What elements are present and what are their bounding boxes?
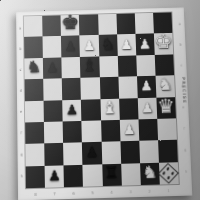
piece-black-knight[interactable]: ♞ [100,36,115,52]
square[interactable] [81,77,100,99]
square[interactable]: ♞ [140,162,160,185]
square[interactable] [63,143,82,165]
square[interactable] [26,166,45,189]
square[interactable] [98,14,117,35]
square[interactable]: ♚ [154,33,173,54]
square[interactable] [136,55,155,77]
piece-black-pawn[interactable]: ♟ [48,168,61,182]
piece-white-bishop[interactable]: ♝ [101,99,117,117]
board-grid: ♚♟♟♞♟♟♚♞♟♝♟♞♟♝♟♛♟♟♟♜♞♞♞♞♞ [24,12,179,188]
piece-black-knight[interactable]: ♞ [26,59,41,75]
chessboard-photo: abcdefgh abcdefgh 87654321 PRECISE ♚♟♟♞♟… [0,0,200,200]
square[interactable] [63,121,82,143]
piece-white-pawn[interactable]: ♟ [139,36,152,49]
square[interactable]: ♟ [138,97,158,119]
square[interactable]: ♟ [117,34,136,55]
square[interactable] [138,119,158,141]
square[interactable]: ♜ [102,163,122,186]
piece-black-pawn[interactable]: ♟ [66,102,79,116]
square[interactable]: ♟ [82,142,102,164]
coordinate-label: g [20,151,23,156]
square[interactable] [119,98,139,120]
piece-white-pawn[interactable]: ♟ [83,38,96,51]
square[interactable] [101,120,121,142]
piece-black-pawn[interactable]: ♟ [46,60,58,74]
piece-black-pawn[interactable]: ♟ [86,145,99,159]
piece-black-bishop[interactable]: ♝ [82,57,98,74]
square[interactable] [155,54,174,76]
square[interactable] [64,164,84,187]
square[interactable] [79,14,98,35]
piece-black-king[interactable]: ♚ [61,14,80,34]
coordinate-label: b [179,42,182,47]
square[interactable] [62,57,81,79]
square[interactable] [25,100,44,122]
square[interactable] [99,77,118,99]
square[interactable]: ♟ [62,99,81,121]
coordinate-label: d [20,87,23,92]
square[interactable]: ♟ [80,35,99,56]
piece-white-pawn[interactable]: ♟ [140,79,153,93]
square[interactable] [42,15,61,36]
square[interactable]: ♟ [45,165,64,188]
chess-board: abcdefgh abcdefgh 87654321 PRECISE ♚♟♟♞♟… [16,7,192,200]
coordinate-label: h [185,168,188,173]
square[interactable] [116,13,135,34]
coordinate-label: f [183,125,185,130]
coordinate-label: 2 [148,189,151,194]
coordinate-label: b [19,46,22,51]
coordinate-label: a [178,21,181,26]
coordinate-label: 8 [34,192,37,197]
square[interactable]: ♝ [80,56,99,78]
square[interactable] [62,78,81,100]
coordinate-label: 5 [91,190,94,195]
coordinate-label: c [180,62,182,67]
square[interactable]: ♟ [43,57,62,79]
square[interactable] [101,142,121,164]
square[interactable] [25,79,44,101]
piece-black-rook[interactable]: ♜ [104,165,119,181]
piece-white-pawn[interactable]: ♟ [123,122,136,136]
square[interactable]: ♝ [100,98,119,120]
coordinate-label: g [184,147,187,152]
square[interactable] [25,144,44,166]
square[interactable]: ♟ [135,34,154,55]
square[interactable] [117,55,136,77]
coordinate-label: 3 [129,189,132,194]
coordinate-label: f [21,130,22,135]
coordinate-label: e [182,104,185,109]
square[interactable] [44,143,63,165]
square[interactable]: ♟ [61,36,80,57]
coordinate-label: 7 [53,191,56,196]
piece-white-queen[interactable]: ♛ [157,96,175,116]
square[interactable] [44,100,63,122]
square[interactable] [43,36,62,58]
square[interactable]: ♞ [98,35,117,56]
brand-knight-emblem: ♞♞♞♞ [158,163,179,184]
square[interactable]: ♟ [119,119,139,141]
rank-labels-bottom: 87654321 [26,187,178,198]
square[interactable] [135,13,154,34]
square[interactable] [157,118,177,140]
square[interactable] [158,140,178,162]
piece-white-pawn[interactable]: ♟ [120,37,133,50]
piece-white-knight[interactable]: ♞ [142,163,158,180]
square[interactable]: ♟ [137,76,157,98]
square[interactable]: ♚ [61,15,80,36]
square[interactable]: ♞♞♞♞ [159,162,179,185]
square[interactable] [24,16,43,37]
square[interactable] [118,76,137,98]
coordinate-label: a [19,25,21,30]
square[interactable] [139,140,159,162]
piece-white-king[interactable]: ♚ [154,32,173,52]
square[interactable] [25,122,44,144]
square[interactable] [24,37,43,59]
coordinate-label: e [20,109,22,114]
square[interactable]: ♞ [24,58,43,80]
square[interactable]: ♛ [156,97,176,119]
square[interactable] [120,141,140,163]
square[interactable] [99,56,118,78]
square[interactable] [81,99,100,121]
square[interactable] [44,121,63,143]
coordinate-label: 6 [72,191,75,196]
coordinate-label: 4 [110,190,113,195]
coordinate-label: 1 [167,188,170,193]
piece-white-pawn[interactable]: ♟ [141,100,154,114]
piece-white-knight[interactable]: ♞ [157,76,173,93]
square[interactable] [83,164,103,187]
board-brand-label: PRECISE [181,77,187,104]
square[interactable] [121,163,141,186]
coordinate-label: h [20,173,23,178]
coordinate-label: c [19,67,21,72]
piece-black-pawn[interactable]: ♟ [64,38,76,51]
square[interactable] [43,78,62,100]
square[interactable] [82,120,101,142]
